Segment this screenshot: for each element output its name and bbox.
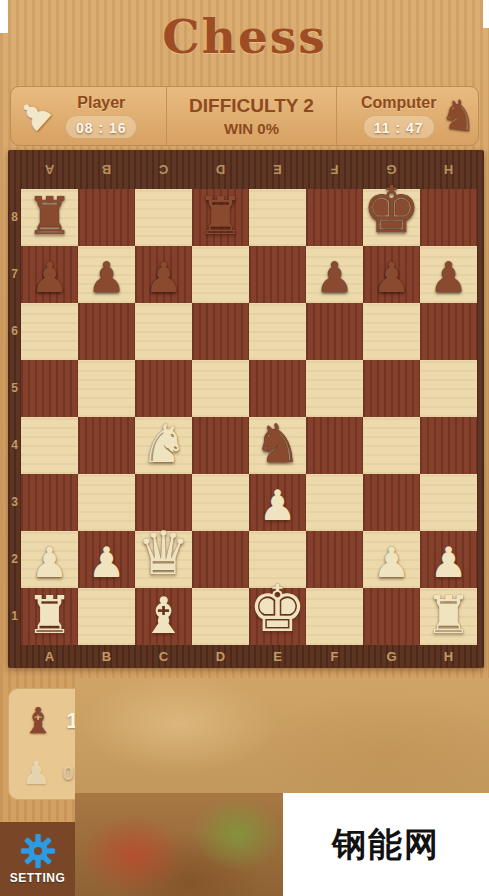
square-b6[interactable] (78, 303, 135, 360)
app-title: Chess (0, 0, 489, 70)
square-e6[interactable] (249, 303, 306, 360)
square-g4[interactable] (363, 417, 420, 474)
captured-white-pawn-icon: ♟ (22, 757, 51, 789)
square-e5[interactable] (249, 360, 306, 417)
black-pawn-f7[interactable]: ♟ (316, 257, 354, 299)
file-label-b: B (78, 159, 135, 179)
rank-label-2: 2 (8, 531, 21, 588)
file-label-h: H (420, 647, 477, 667)
square-f6[interactable] (306, 303, 363, 360)
file-label-a: A (21, 647, 78, 667)
white-pawn-icon: ♟ (11, 91, 59, 139)
computer-clock: 11 : 47 (363, 115, 435, 139)
file-label-d: D (192, 647, 249, 667)
rank-labels-left: 87654321 (8, 189, 21, 645)
white-rook-a1[interactable]: ♜ (26, 589, 73, 641)
rank-label-8: 8 (8, 189, 21, 246)
square-c6[interactable] (135, 303, 192, 360)
black-pawn-a7[interactable]: ♟ (31, 257, 69, 299)
square-e7[interactable] (249, 246, 306, 303)
file-label-e: E (249, 159, 306, 179)
square-c5[interactable] (135, 360, 192, 417)
square-f1[interactable] (306, 588, 363, 645)
square-f5[interactable] (306, 360, 363, 417)
square-g1[interactable] (363, 588, 420, 645)
captured-white-pawn-count: 0 (63, 762, 74, 785)
black-pawn-b7[interactable]: ♟ (88, 257, 126, 299)
square-f8[interactable] (306, 189, 363, 246)
square-d1[interactable] (192, 588, 249, 645)
square-h8[interactable] (420, 189, 477, 246)
square-b4[interactable] (78, 417, 135, 474)
square-a6[interactable] (21, 303, 78, 360)
top-left-sliver (0, 0, 8, 33)
top-right-sliver (483, 0, 489, 28)
white-pawn-h2[interactable]: ♟ (430, 542, 468, 584)
file-label-a: A (21, 159, 78, 179)
square-f2[interactable] (306, 531, 363, 588)
square-a4[interactable] (21, 417, 78, 474)
white-knight-c4[interactable]: ♞ (140, 417, 188, 470)
file-label-c: C (135, 647, 192, 667)
white-pawn-b2[interactable]: ♟ (88, 542, 126, 584)
player-clock: 08 : 16 (65, 115, 137, 139)
black-king-g8[interactable]: ♚ (362, 177, 420, 242)
file-label-h: H (420, 159, 477, 179)
black-pawn-h7[interactable]: ♟ (430, 257, 468, 299)
square-b8[interactable] (78, 189, 135, 246)
square-a3[interactable] (21, 474, 78, 531)
square-h5[interactable] (420, 360, 477, 417)
player-section: ♟ Player 08 : 16 (11, 87, 166, 145)
white-pawn-a2[interactable]: ♟ (31, 542, 69, 584)
file-label-f: F (306, 647, 363, 667)
rank-label-7: 7 (8, 246, 21, 303)
computer-label: Computer (361, 94, 437, 112)
square-g3[interactable] (363, 474, 420, 531)
rank-label-1: 1 (8, 588, 21, 645)
square-b1[interactable] (78, 588, 135, 645)
black-rook-a8[interactable]: ♜ (26, 190, 73, 242)
chess-app-screen: Chess ♟ Player 08 : 16 DIFFICULTY 2 WIN … (0, 0, 489, 896)
square-d2[interactable] (192, 531, 249, 588)
square-h6[interactable] (420, 303, 477, 360)
status-bar: ♟ Player 08 : 16 DIFFICULTY 2 WIN 0% Com… (10, 86, 479, 146)
watermark-text: 钢能网 (332, 822, 440, 868)
white-king-e1[interactable]: ♚ (248, 576, 306, 641)
win-rate-label: WIN 0% (224, 120, 279, 137)
white-queen-c2[interactable]: ♛ (137, 524, 191, 584)
rank-label-5: 5 (8, 360, 21, 417)
board-frame: ABCDEFGH ABCDEFGH 87654321 ♜♜♚♟♟♟♟♟♟♞♞♟♟… (8, 150, 484, 668)
file-label-d: D (192, 159, 249, 179)
white-rook-h1[interactable]: ♜ (425, 589, 472, 641)
square-e8[interactable] (249, 189, 306, 246)
setting-button[interactable]: SETTING (0, 822, 75, 896)
black-rook-d8[interactable]: ♜ (197, 190, 244, 242)
difficulty-label: DIFFICULTY 2 (189, 95, 314, 117)
blurred-ad-region-lower[interactable] (75, 793, 283, 896)
rank-label-6: 6 (8, 303, 21, 360)
square-g5[interactable] (363, 360, 420, 417)
player-label: Player (77, 94, 125, 112)
square-h4[interactable] (420, 417, 477, 474)
square-f4[interactable] (306, 417, 363, 474)
square-d3[interactable] (192, 474, 249, 531)
square-d7[interactable] (192, 246, 249, 303)
computer-section: Computer 11 : 47 ♞ (337, 87, 478, 145)
square-b5[interactable] (78, 360, 135, 417)
file-label-e: E (249, 647, 306, 667)
white-pawn-g2[interactable]: ♟ (373, 542, 411, 584)
square-f3[interactable] (306, 474, 363, 531)
black-pawn-c7[interactable]: ♟ (145, 257, 183, 299)
file-label-f: F (306, 159, 363, 179)
white-pawn-e3[interactable]: ♟ (259, 485, 297, 527)
square-c8[interactable] (135, 189, 192, 246)
captured-black-bishop-icon: ♝ (22, 703, 54, 739)
rank-label-4: 4 (8, 417, 21, 474)
rank-label-3: 3 (8, 474, 21, 531)
setting-label: SETTING (10, 871, 66, 885)
square-a5[interactable] (21, 360, 78, 417)
watermark-box: 钢能网 (283, 793, 489, 896)
gear-icon (20, 833, 56, 869)
square-b3[interactable] (78, 474, 135, 531)
square-d4[interactable] (192, 417, 249, 474)
file-label-g: G (363, 647, 420, 667)
file-label-c: C (135, 159, 192, 179)
file-labels-bottom: ABCDEFGH (21, 647, 477, 667)
square-g6[interactable] (363, 303, 420, 360)
square-h3[interactable] (420, 474, 477, 531)
difficulty-section: DIFFICULTY 2 WIN 0% (166, 87, 338, 145)
blurred-ad-region-upper (75, 678, 489, 793)
white-bishop-c1[interactable]: ♝ (141, 591, 186, 641)
black-knight-e4[interactable]: ♞ (254, 417, 302, 470)
black-pawn-g7[interactable]: ♟ (373, 257, 411, 299)
file-label-b: B (78, 647, 135, 667)
brown-knight-icon: ♞ (438, 93, 480, 139)
square-d5[interactable] (192, 360, 249, 417)
square-d6[interactable] (192, 303, 249, 360)
